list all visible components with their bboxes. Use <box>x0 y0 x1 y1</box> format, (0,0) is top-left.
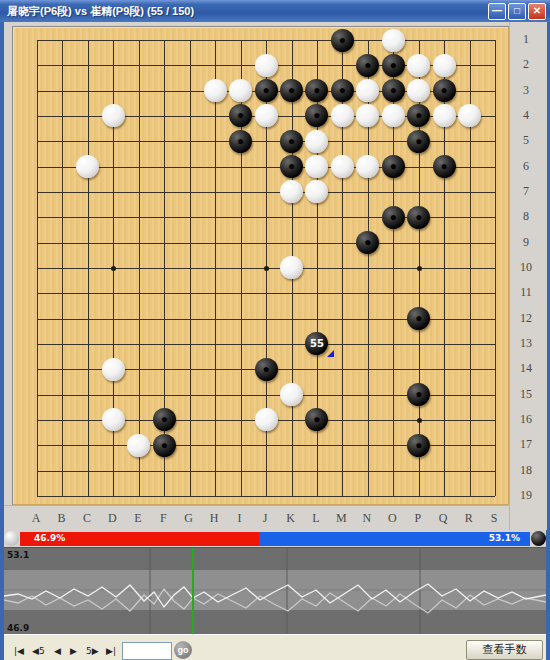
row-label: 7 <box>523 183 529 198</box>
white-stone: ○ <box>356 155 379 178</box>
black-stone: ● <box>331 79 354 102</box>
column-label: F <box>160 511 167 526</box>
row-label: 12 <box>520 310 532 325</box>
black-stone: ● <box>305 79 328 102</box>
black-stone: ● <box>280 130 303 153</box>
back-button[interactable]: ◀ <box>52 643 63 659</box>
white-stone: ○ <box>255 54 278 77</box>
column-label: A <box>32 511 41 526</box>
black-stone: ● <box>407 383 430 406</box>
black-stone: ● <box>407 434 430 457</box>
white-stone: ○ <box>331 104 354 127</box>
minimize-button[interactable]: — <box>488 3 506 20</box>
row-label: 15 <box>520 386 532 401</box>
black-stone: ● <box>382 54 405 77</box>
column-coordinates: ABCDEFGHIJKLMNOPQRS <box>4 505 509 531</box>
white-stone: ○ <box>305 180 328 203</box>
grid-line <box>37 471 495 472</box>
row-label: 4 <box>523 107 529 122</box>
black-stone: ● <box>305 104 328 127</box>
black-stone: ● <box>255 79 278 102</box>
winrate-bar: 46.9% 53.1% <box>4 531 546 547</box>
white-winrate-label: 46.9% <box>34 533 65 543</box>
white-stone: ○ <box>433 104 456 127</box>
black-stone: ● <box>153 408 176 431</box>
white-stone: ○ <box>382 104 405 127</box>
white-stone: ○ <box>280 180 303 203</box>
column-label: N <box>363 511 372 526</box>
title-bar[interactable]: 屠晓宇(P6段) vs 崔精(P9段) (55 / 150) — □ ✕ <box>0 0 550 22</box>
column-label: J <box>263 511 268 526</box>
white-stone: ○ <box>305 130 328 153</box>
column-label: C <box>83 511 91 526</box>
column-label: P <box>414 511 421 526</box>
view-move-numbers-button[interactable]: 查看手数 <box>466 640 543 660</box>
row-label: 9 <box>523 234 529 249</box>
row-label: 17 <box>520 437 532 452</box>
star-point <box>417 418 422 423</box>
column-label: B <box>57 511 65 526</box>
grid-line <box>37 293 495 294</box>
row-label: 16 <box>520 411 532 426</box>
forward-button[interactable]: ▶ <box>68 643 79 659</box>
winrate-graph[interactable]: 53.1 46.9 <box>4 547 546 635</box>
graph-canvas <box>4 548 546 635</box>
black-stone: ● <box>229 104 252 127</box>
column-label: M <box>336 511 347 526</box>
white-stone: ○ <box>433 54 456 77</box>
row-label: 5 <box>523 133 529 148</box>
maximize-button[interactable]: □ <box>508 3 526 20</box>
row-label: 3 <box>523 82 529 97</box>
last-move-marker <box>327 350 334 357</box>
row-label: 19 <box>520 487 532 502</box>
grid-line <box>37 344 495 345</box>
black-stone: ● <box>382 155 405 178</box>
column-label: R <box>465 511 473 526</box>
black-stone: ● <box>229 130 252 153</box>
row-label: 11 <box>520 285 532 300</box>
last-move-number: 55 <box>310 332 324 355</box>
close-window-button[interactable]: ✕ <box>528 3 546 20</box>
move-number-input[interactable] <box>122 642 172 660</box>
black-stone: ● <box>255 358 278 381</box>
black-stone: ● <box>382 79 405 102</box>
column-label: O <box>388 511 397 526</box>
white-stone: ○ <box>331 155 354 178</box>
white-stone: ○ <box>204 79 227 102</box>
black-stone: ● <box>356 231 379 254</box>
go-button[interactable]: go <box>174 641 192 659</box>
grid-line <box>37 496 495 497</box>
black-stone: ● <box>433 79 456 102</box>
column-label: S <box>491 511 498 526</box>
back-5-button[interactable]: ◀5 <box>30 643 47 659</box>
row-label: 13 <box>520 335 532 350</box>
black-stone: ● <box>407 104 430 127</box>
black-stone: ● <box>407 206 430 229</box>
column-label: D <box>108 511 117 526</box>
black-stone: ● <box>280 79 303 102</box>
client-area: ●●●●●●●●●●●●●●●●●●●●●●55●●●●●●○○○○○○○○○○… <box>4 22 546 656</box>
black-stone: ● <box>407 130 430 153</box>
row-label: 18 <box>520 462 532 477</box>
black-stone: ● <box>280 155 303 178</box>
column-label: L <box>312 511 319 526</box>
row-label: 14 <box>520 361 532 376</box>
star-point <box>417 266 422 271</box>
row-label: 2 <box>523 57 529 72</box>
star-point <box>111 266 116 271</box>
white-stone: ○ <box>458 104 481 127</box>
row-label: 10 <box>520 259 532 274</box>
white-stone: ○ <box>76 155 99 178</box>
board-zone: ●●●●●●●●●●●●●●●●●●●●●●55●●●●●●○○○○○○○○○○… <box>4 22 546 530</box>
black-stone: ● <box>433 155 456 178</box>
goban[interactable]: ●●●●●●●●●●●●●●●●●●●●●●55●●●●●●○○○○○○○○○○… <box>12 26 510 506</box>
white-stone: ○ <box>382 29 405 52</box>
first-move-button[interactable]: |◀ <box>12 643 26 659</box>
column-label: K <box>286 511 295 526</box>
column-label: I <box>238 511 242 526</box>
control-panel: go 查看手数 刷新 对局研究 重新研讨 生成参考图 形势判断 关闭 |◀◀5◀… <box>4 634 546 660</box>
column-label: G <box>184 511 193 526</box>
white-stone: ○ <box>102 358 125 381</box>
white-stone: ○ <box>255 104 278 127</box>
column-label: E <box>134 511 141 526</box>
black-winrate-label: 53.1% <box>489 533 520 543</box>
white-stone: ○ <box>356 79 379 102</box>
white-stone: ○ <box>407 79 430 102</box>
star-point <box>264 266 269 271</box>
white-stone: ○ <box>127 434 150 457</box>
window-title: 屠晓宇(P6段) vs 崔精(P9段) (55 / 150) <box>0 4 194 19</box>
white-stone: ○ <box>102 104 125 127</box>
forward-5-button[interactable]: 5▶ <box>84 643 101 659</box>
white-stone: ○ <box>356 104 379 127</box>
last-move-button[interactable]: ▶| <box>104 643 118 659</box>
row-label: 8 <box>523 209 529 224</box>
black-stone: ● <box>305 408 328 431</box>
black-stone: ● <box>331 29 354 52</box>
white-stone: ○ <box>407 54 430 77</box>
black-stone: 55 <box>305 332 328 355</box>
row-label: 6 <box>523 158 529 173</box>
app-window: 屠晓宇(P6段) vs 崔精(P9段) (55 / 150) — □ ✕ ●●●… <box>0 0 550 660</box>
white-stone: ○ <box>280 256 303 279</box>
white-stone-icon <box>4 531 19 546</box>
white-stone: ○ <box>280 383 303 406</box>
row-label: 1 <box>523 32 529 47</box>
grid-line <box>495 40 496 496</box>
white-stone: ○ <box>102 408 125 431</box>
white-stone: ○ <box>305 155 328 178</box>
white-stone: ○ <box>255 408 278 431</box>
black-stone: ● <box>356 54 379 77</box>
white-stone: ○ <box>229 79 252 102</box>
black-stone: ● <box>153 434 176 457</box>
black-stone: ● <box>382 206 405 229</box>
black-stone: ● <box>407 307 430 330</box>
column-label: H <box>210 511 219 526</box>
black-stone-icon <box>531 531 546 546</box>
column-label: Q <box>439 511 448 526</box>
row-coordinates: 12345678910111213141516171819 <box>509 22 547 530</box>
